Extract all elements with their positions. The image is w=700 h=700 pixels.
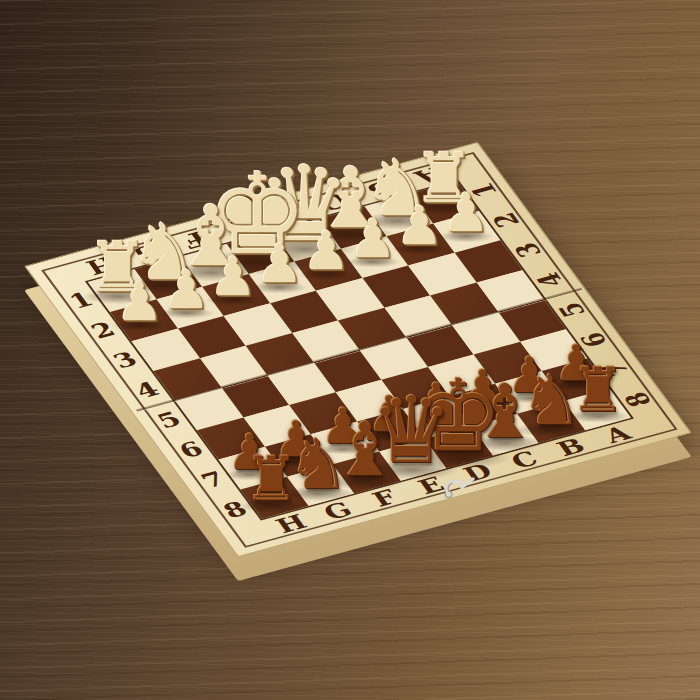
- pawn-icon: ♟: [162, 266, 210, 314]
- pawn-icon: ♟: [209, 253, 257, 301]
- piece-white-pawn-e2[interactable]: ♟: [256, 240, 304, 288]
- pawn-icon: ♟: [349, 214, 397, 262]
- piece-white-pawn-b2[interactable]: ♟: [396, 202, 444, 250]
- photo-stage: HGFEDCBA HGFEDCBA 12345678 12345678 ♜♞♝♚…: [0, 0, 700, 700]
- pawn-icon: ♟: [442, 189, 490, 237]
- piece-white-pawn-d2[interactable]: ♟: [302, 227, 350, 275]
- piece-white-pawn-f2[interactable]: ♟: [209, 253, 257, 301]
- piece-white-pawn-h2[interactable]: ♟: [116, 278, 164, 326]
- piece-brown-rook-h8[interactable]: ♜: [244, 452, 299, 507]
- pieces-layer: ♜♞♝♚♛♝♞♜♟♟♟♟♟♟♟♟♟♟♟♟♟♟♟♟♜♞♝♛♚♝♞♜: [0, 0, 700, 700]
- pawn-icon: ♟: [396, 202, 444, 250]
- pawn-icon: ♟: [302, 227, 350, 275]
- piece-white-pawn-a2[interactable]: ♟: [442, 189, 490, 237]
- piece-white-pawn-c2[interactable]: ♟: [349, 214, 397, 262]
- rook-icon: ♜: [244, 452, 299, 507]
- piece-white-pawn-g2[interactable]: ♟: [162, 266, 210, 314]
- pawn-icon: ♟: [256, 240, 304, 288]
- pawn-icon: ♟: [116, 278, 164, 326]
